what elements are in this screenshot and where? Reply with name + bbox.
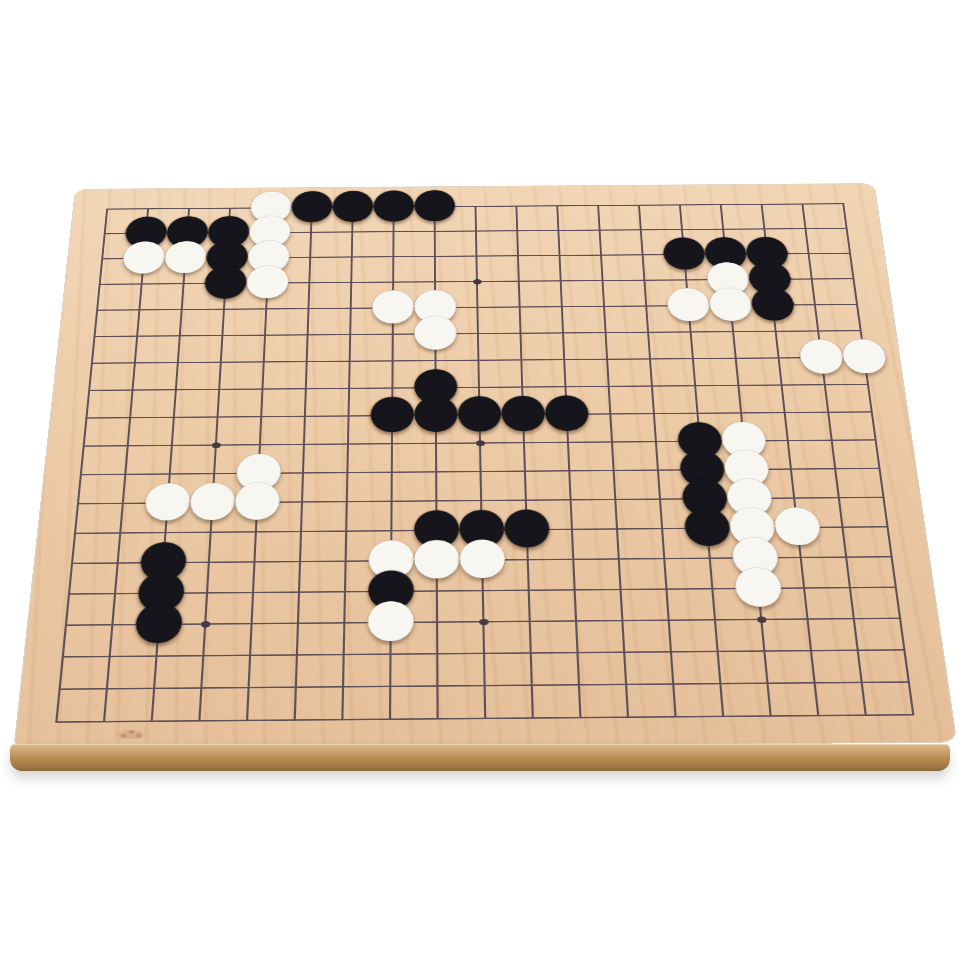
- board-cell[interactable]: [327, 375, 371, 403]
- board-cell[interactable]: [859, 483, 908, 513]
- board-cell[interactable]: [66, 377, 112, 405]
- board-cell[interactable]: [834, 291, 880, 317]
- black-stone: ●: [291, 187, 333, 218]
- board-cell[interactable]: [688, 573, 736, 604]
- board-cell[interactable]: [31, 705, 82, 739]
- board-cell[interactable]: [243, 322, 287, 349]
- board-cell[interactable]: [88, 609, 137, 641]
- board-cell[interactable]: [591, 456, 637, 485]
- board-cell[interactable]: ●: [367, 607, 414, 639]
- board-cell[interactable]: [852, 426, 900, 455]
- board-cell[interactable]: [60, 432, 107, 461]
- board-cell[interactable]: [274, 607, 321, 639]
- board-cell[interactable]: [786, 635, 836, 667]
- board-cell[interactable]: [716, 372, 762, 400]
- board-cell[interactable]: [875, 602, 926, 634]
- board-cell[interactable]: [581, 268, 624, 294]
- board-cell[interactable]: [848, 398, 895, 426]
- board-cell[interactable]: [552, 605, 600, 637]
- board-cell[interactable]: [821, 191, 865, 216]
- board-cell[interactable]: [502, 457, 547, 486]
- board-cell[interactable]: [85, 640, 135, 672]
- board-cell[interactable]: [75, 297, 120, 323]
- board-cell[interactable]: [883, 666, 935, 699]
- board-cell[interactable]: [85, 197, 128, 222]
- board-cell[interactable]: ●: [459, 545, 505, 576]
- board-cell[interactable]: [273, 639, 321, 671]
- black-stone: ●: [662, 233, 706, 265]
- black-stone: ●: [134, 598, 183, 638]
- board-cell[interactable]: [231, 547, 278, 578]
- board-cell[interactable]: [824, 216, 869, 241]
- board-cell[interactable]: [500, 346, 544, 373]
- board-cell[interactable]: [540, 294, 583, 320]
- board-cell[interactable]: [547, 456, 593, 485]
- board-cell[interactable]: [603, 701, 653, 734]
- board-cell[interactable]: [507, 637, 555, 669]
- board-cell[interactable]: [836, 666, 887, 699]
- board-cell[interactable]: ●: [234, 488, 280, 518]
- board-cell[interactable]: [460, 637, 507, 669]
- board-cell[interactable]: [414, 670, 461, 703]
- board-cell[interactable]: ●: [504, 515, 550, 545]
- board-cell[interactable]: [102, 460, 149, 489]
- board-cell[interactable]: [107, 404, 153, 432]
- board-cell[interactable]: ●: [164, 245, 207, 271]
- board-cell[interactable]: [789, 266, 834, 292]
- board-cell[interactable]: [756, 344, 802, 371]
- board-cell[interactable]: [458, 457, 503, 486]
- board-cell[interactable]: [149, 431, 195, 460]
- board-cell[interactable]: [151, 403, 197, 431]
- board-cell[interactable]: [228, 608, 276, 640]
- board-cell[interactable]: [840, 699, 892, 732]
- board-cell[interactable]: [371, 347, 414, 374]
- board-cell[interactable]: [555, 668, 604, 701]
- board-cell[interactable]: ●: [373, 195, 414, 220]
- board-cell[interactable]: [54, 489, 102, 519]
- board-cell[interactable]: ●: [666, 293, 710, 319]
- board-cell[interactable]: [461, 702, 509, 736]
- board-cell[interactable]: [414, 702, 462, 736]
- board-cell[interactable]: [461, 669, 509, 702]
- board-cell[interactable]: [179, 640, 228, 672]
- board-cell[interactable]: [91, 578, 140, 609]
- board-cell[interactable]: [619, 217, 662, 242]
- board-cell[interactable]: ●: [370, 402, 414, 430]
- star-point: [200, 621, 210, 628]
- board-cell[interactable]: [699, 192, 742, 217]
- board-cell[interactable]: ●: [841, 344, 888, 371]
- board-cell[interactable]: [80, 246, 124, 272]
- board-cell[interactable]: [670, 345, 715, 372]
- board-cell[interactable]: [129, 672, 179, 705]
- board-cell[interactable]: [285, 348, 329, 375]
- board-cell[interactable]: [153, 376, 198, 404]
- board-cell[interactable]: [322, 576, 369, 607]
- board-cell[interactable]: ●: [414, 401, 458, 429]
- board-cell[interactable]: [272, 671, 320, 704]
- board-cell[interactable]: [828, 241, 873, 266]
- board-cell[interactable]: [580, 242, 623, 268]
- board-cell[interactable]: [496, 218, 538, 243]
- board-cell[interactable]: [578, 218, 621, 243]
- board-cell[interactable]: [115, 323, 160, 350]
- board-cell[interactable]: ●: [291, 195, 333, 220]
- board-cell[interactable]: [759, 371, 805, 399]
- board-cell[interactable]: [584, 319, 628, 346]
- board-cell[interactable]: [112, 349, 157, 376]
- board-cell[interactable]: [496, 194, 538, 219]
- board-cell[interactable]: [871, 572, 921, 603]
- board-cell[interactable]: [538, 243, 581, 269]
- board-cell[interactable]: [325, 458, 370, 487]
- maker-stamp-icon: [116, 729, 147, 739]
- board-cell[interactable]: [548, 485, 594, 515]
- board-cell[interactable]: [761, 399, 808, 427]
- board-cell[interactable]: ●: [144, 488, 191, 518]
- board-cell[interactable]: [96, 518, 144, 548]
- board-cell[interactable]: [643, 574, 691, 605]
- board-cell[interactable]: [82, 672, 132, 705]
- white-stone: ●: [414, 535, 460, 574]
- board-cell[interactable]: [329, 321, 372, 348]
- board-cell[interactable]: [369, 486, 414, 516]
- white-stone: ●: [372, 286, 414, 320]
- board-cell[interactable]: ●: [204, 270, 247, 296]
- black-stone: ●: [749, 283, 795, 316]
- board-cell[interactable]: [554, 637, 602, 669]
- board-cell[interactable]: [222, 704, 271, 738]
- board-cell[interactable]: [536, 194, 578, 219]
- board-cell[interactable]: [277, 546, 324, 577]
- board-cell[interactable]: [693, 635, 742, 667]
- board-cell[interactable]: ●: [414, 194, 455, 219]
- board-cell[interactable]: [224, 671, 273, 704]
- board-cell[interactable]: ●: [189, 488, 236, 518]
- board-cell[interactable]: [822, 542, 871, 573]
- board-cell[interactable]: ●: [501, 401, 546, 429]
- board-cell[interactable]: ●: [372, 295, 414, 321]
- board-cell[interactable]: [328, 348, 371, 375]
- board-cell[interactable]: [509, 701, 558, 735]
- board-cell[interactable]: [63, 404, 109, 432]
- board-cell[interactable]: [278, 516, 324, 546]
- board-cell[interactable]: [195, 403, 240, 431]
- board-cell[interactable]: [626, 319, 670, 346]
- board-cell[interactable]: [198, 349, 243, 376]
- board-cell[interactable]: [319, 670, 367, 703]
- board-cell[interactable]: [831, 266, 876, 292]
- board-cell[interactable]: [629, 372, 674, 400]
- board-cell[interactable]: [672, 372, 718, 400]
- board-cell[interactable]: [556, 701, 605, 735]
- board-cell[interactable]: ●: [684, 513, 732, 543]
- board-cell[interactable]: [284, 375, 328, 403]
- board-cell[interactable]: [324, 487, 369, 517]
- board-cell[interactable]: ●: [773, 513, 821, 543]
- board-cell[interactable]: [281, 430, 326, 459]
- board-cell[interactable]: [177, 672, 226, 705]
- board-cell[interactable]: [628, 345, 673, 372]
- board-cell[interactable]: [275, 577, 322, 608]
- board-cell[interactable]: [863, 512, 912, 542]
- board-cell[interactable]: ●: [246, 270, 289, 296]
- black-stone: ●: [683, 503, 731, 541]
- go-board: ●●●●●●●●●●●●●●●●●●●●●●●●●●●●●●●●●●●●●●●●…: [14, 184, 956, 750]
- board-cell[interactable]: [326, 430, 371, 459]
- board-cell[interactable]: [366, 670, 413, 703]
- board-cell[interactable]: [456, 243, 498, 269]
- board-cell[interactable]: [887, 698, 939, 731]
- board-cell[interactable]: [833, 634, 884, 666]
- board-cell[interactable]: [185, 547, 232, 578]
- go-grid: ●●●●●●●●●●●●●●●●●●●●●●●●●●●●●●●●●●●●●●●●…: [31, 191, 940, 738]
- board-cell[interactable]: [286, 322, 329, 349]
- white-stone: ●: [246, 261, 289, 294]
- board-cell[interactable]: [414, 244, 456, 270]
- board-cell[interactable]: [781, 192, 825, 217]
- board-cell[interactable]: [600, 636, 649, 668]
- board-cell[interactable]: [200, 322, 244, 349]
- white-stone: ●: [459, 534, 505, 573]
- board-cell[interactable]: [366, 703, 414, 737]
- board-cell[interactable]: [183, 577, 231, 608]
- board-cell[interactable]: [539, 268, 582, 294]
- board-cell[interactable]: [624, 293, 668, 319]
- board-cell[interactable]: [637, 484, 684, 514]
- board-cell[interactable]: [456, 320, 499, 347]
- board-cell[interactable]: [829, 603, 879, 635]
- board-cell[interactable]: [598, 605, 646, 637]
- board-cell[interactable]: [229, 577, 276, 608]
- board-cell[interactable]: [372, 244, 414, 270]
- board-cell[interactable]: [498, 294, 541, 320]
- board-cell[interactable]: ●: [332, 195, 373, 220]
- board-perspective-wrap: ●●●●●●●●●●●●●●●●●●●●●●●●●●●●●●●●●●●●●●●●…: [14, 184, 956, 750]
- board-cell[interactable]: [318, 703, 366, 737]
- board-cell[interactable]: [783, 216, 827, 241]
- board-cell[interactable]: [282, 402, 327, 430]
- board-cell[interactable]: [585, 346, 629, 373]
- board-cell[interactable]: ●: [134, 609, 183, 641]
- board-cell[interactable]: [542, 346, 586, 373]
- board-cell[interactable]: ●: [798, 344, 844, 371]
- star-point: [211, 442, 220, 448]
- board-cell[interactable]: [160, 296, 204, 322]
- board-cell[interactable]: [51, 518, 99, 548]
- board-cell[interactable]: [805, 398, 852, 426]
- board-cell[interactable]: [811, 454, 859, 483]
- board-cell[interactable]: [41, 609, 91, 641]
- board-cell[interactable]: [330, 269, 372, 295]
- board-cell[interactable]: [455, 194, 496, 219]
- board-cell[interactable]: [631, 400, 677, 428]
- board-cell[interactable]: [498, 268, 541, 294]
- board-cell[interactable]: ●: [708, 292, 753, 318]
- board-cell[interactable]: [740, 192, 784, 217]
- board-cell[interactable]: [456, 294, 499, 320]
- board-cell[interactable]: [780, 572, 829, 603]
- board-cell[interactable]: [193, 431, 239, 460]
- board-cell[interactable]: [825, 572, 875, 603]
- board-cell[interactable]: [879, 634, 930, 666]
- white-stone: ●: [666, 284, 711, 318]
- board-cell[interactable]: [589, 428, 635, 457]
- board-cell[interactable]: [455, 219, 497, 244]
- board-cell[interactable]: [867, 542, 917, 573]
- board-cell[interactable]: [659, 193, 702, 218]
- board-cell[interactable]: [155, 349, 200, 376]
- board-cell[interactable]: [326, 402, 370, 430]
- board-cell[interactable]: [635, 456, 681, 485]
- board-cell[interactable]: [551, 574, 598, 605]
- board-cell[interactable]: [456, 269, 498, 295]
- board-cell[interactable]: [818, 512, 867, 542]
- board-cell[interactable]: [691, 604, 740, 636]
- board-cell[interactable]: [181, 608, 229, 640]
- board-cell[interactable]: [329, 295, 372, 321]
- board-cell[interactable]: [279, 487, 325, 517]
- board-cell[interactable]: [69, 350, 115, 377]
- board-cell[interactable]: [57, 460, 104, 489]
- board-cell[interactable]: [83, 221, 127, 246]
- board-cell[interactable]: [588, 400, 633, 428]
- board-cell[interactable]: [792, 292, 837, 318]
- white-stone: ●: [367, 596, 414, 636]
- board-cell[interactable]: [505, 575, 552, 606]
- board-cell[interactable]: ●: [414, 321, 457, 348]
- board-cell[interactable]: [288, 270, 331, 296]
- board-cell[interactable]: [651, 700, 701, 733]
- board-cell[interactable]: [808, 426, 855, 455]
- board-cell[interactable]: [499, 320, 542, 347]
- board-cell[interactable]: [110, 376, 156, 404]
- board-cell[interactable]: [742, 667, 792, 700]
- board-cell[interactable]: [793, 699, 844, 732]
- board-cell[interactable]: [38, 641, 88, 673]
- board-cell[interactable]: [369, 458, 414, 487]
- board-cell[interactable]: [639, 514, 686, 544]
- board-cell[interactable]: [414, 638, 461, 670]
- board-cell[interactable]: [414, 457, 459, 486]
- board-cell[interactable]: [99, 489, 146, 519]
- board-cell[interactable]: [541, 320, 585, 347]
- board-cell[interactable]: ●: [662, 242, 706, 268]
- board-cell[interactable]: [242, 348, 286, 375]
- board-cell[interactable]: [239, 403, 284, 431]
- board-cell[interactable]: [577, 193, 619, 218]
- board-cell[interactable]: [287, 295, 330, 321]
- board-cell[interactable]: [698, 700, 748, 733]
- board-cell[interactable]: [602, 668, 651, 701]
- black-stone: ●: [204, 262, 248, 295]
- board-cell[interactable]: ●: [544, 400, 589, 428]
- board-cell[interactable]: [289, 245, 331, 271]
- board-cell[interactable]: [72, 323, 117, 350]
- board-cell[interactable]: [460, 606, 507, 638]
- board-cell[interactable]: [157, 322, 202, 349]
- board-cell[interactable]: [621, 242, 664, 268]
- board-cell[interactable]: [280, 458, 325, 487]
- board-cell[interactable]: [815, 483, 863, 513]
- board-cell[interactable]: [618, 193, 661, 218]
- board-cell[interactable]: [786, 241, 831, 266]
- board-cell[interactable]: [713, 345, 758, 372]
- board-cell[interactable]: [537, 218, 579, 243]
- board-cell[interactable]: [582, 293, 626, 319]
- white-stone: ●: [708, 283, 753, 316]
- board-cell[interactable]: [197, 376, 242, 404]
- board-cell[interactable]: [745, 699, 796, 732]
- board-cell[interactable]: [323, 516, 369, 546]
- board-cell[interactable]: [77, 271, 121, 297]
- board-cell[interactable]: [645, 604, 694, 636]
- board-cell[interactable]: [592, 485, 638, 515]
- board-cell[interactable]: ●: [457, 401, 501, 429]
- board-cell[interactable]: [549, 514, 595, 544]
- board-cell[interactable]: [93, 548, 141, 579]
- black-stone: ●: [370, 392, 414, 428]
- board-cell[interactable]: [623, 267, 667, 293]
- board-cell[interactable]: [767, 455, 814, 484]
- board-cell[interactable]: [321, 607, 368, 639]
- board-cell[interactable]: [649, 668, 698, 701]
- board-cell[interactable]: [594, 514, 641, 544]
- white-stone: ●: [189, 478, 236, 516]
- board-cell[interactable]: [240, 375, 285, 403]
- board-cell[interactable]: [586, 373, 631, 401]
- board-cell[interactable]: [633, 427, 679, 456]
- board-cell[interactable]: [506, 606, 553, 638]
- board-cell[interactable]: [48, 548, 97, 579]
- board-cell[interactable]: [696, 667, 746, 700]
- board-cell[interactable]: [34, 673, 84, 706]
- board-cell[interactable]: ●: [122, 246, 166, 272]
- black-stone: ●: [504, 505, 550, 543]
- board-cell[interactable]: [457, 347, 500, 374]
- board-cell[interactable]: [641, 543, 689, 574]
- board-cell[interactable]: [855, 454, 903, 483]
- board-cell[interactable]: [647, 636, 696, 668]
- board-cell[interactable]: [117, 297, 162, 323]
- star-point: [473, 279, 482, 284]
- board-cell[interactable]: [174, 704, 224, 738]
- board-cell[interactable]: [764, 426, 811, 455]
- board-cell[interactable]: [740, 635, 790, 667]
- board-front-edge: [10, 744, 950, 771]
- board-cell[interactable]: [508, 669, 556, 702]
- board-cell[interactable]: [414, 606, 461, 638]
- board-cell[interactable]: [550, 544, 597, 575]
- board-cell[interactable]: [497, 243, 539, 269]
- white-stone: ●: [164, 237, 208, 270]
- board-cell[interactable]: [320, 638, 367, 670]
- board-cell[interactable]: [270, 703, 319, 737]
- board-cell[interactable]: [322, 546, 368, 577]
- board-cell[interactable]: ●: [734, 573, 783, 604]
- board-cell[interactable]: ●: [414, 545, 460, 576]
- board-cell[interactable]: [331, 244, 373, 270]
- board-cell[interactable]: ●: [750, 292, 795, 318]
- board-cell[interactable]: [44, 578, 93, 609]
- board-cell[interactable]: [789, 666, 840, 699]
- board-cell[interactable]: [783, 603, 833, 635]
- board-cell[interactable]: [104, 431, 151, 460]
- board-cell[interactable]: [226, 639, 274, 671]
- board-cell[interactable]: [595, 544, 642, 575]
- board-cell[interactable]: [597, 574, 645, 605]
